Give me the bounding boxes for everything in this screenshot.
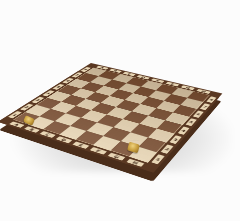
rank-label: 5: [52, 84, 65, 90]
rank-label: 6: [193, 111, 205, 119]
square-e6[interactable]: [125, 93, 149, 104]
product-photo: ABCDEFGH8♜♞♝♛♛♚♚♝♞♜87♟♟♟♟♟♟♟♟7665544332♟…: [0, 0, 240, 221]
square-a5[interactable]: [57, 85, 81, 95]
square-c5[interactable]: [86, 92, 110, 103]
rank-label: 6: [62, 78, 74, 84]
square-f6[interactable]: [140, 97, 164, 108]
square-d5[interactable]: [101, 96, 125, 107]
scene: ABCDEFGH8♜♞♝♛♛♚♚♝♞♜87♟♟♟♟♟♟♟♟7665544332♟…: [0, 0, 240, 221]
piece-black-pawn[interactable]: ♟: [151, 87, 168, 104]
frame-corner: [210, 92, 222, 98]
rank-label: 7: [199, 103, 210, 110]
piece-black-pawn[interactable]: ♟: [167, 91, 184, 108]
frame-edge: 5: [50, 83, 67, 91]
square-a6[interactable]: [67, 79, 90, 89]
square-g6[interactable]: [156, 101, 180, 113]
square-h6[interactable]: [173, 105, 197, 117]
square-b6[interactable]: [81, 82, 104, 92]
square-b5[interactable]: [71, 88, 95, 98]
square-d6[interactable]: [110, 89, 133, 99]
square-c6[interactable]: [95, 86, 118, 96]
frame-edge: 6: [60, 77, 77, 85]
